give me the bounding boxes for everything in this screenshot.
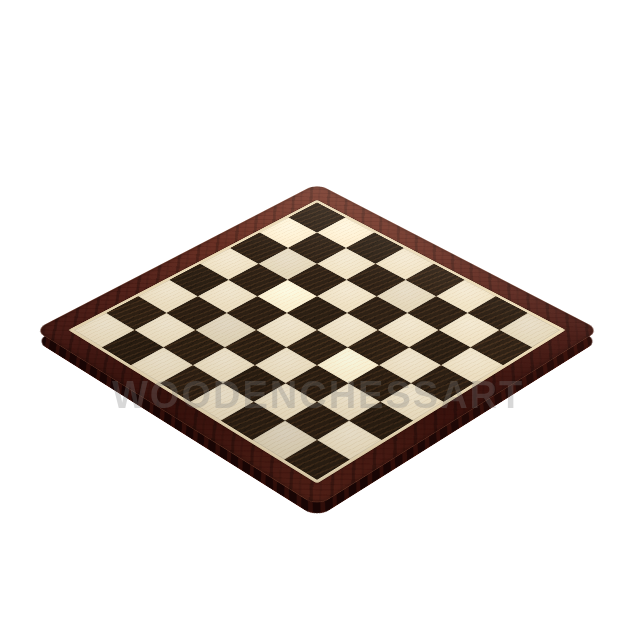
square-r6-c8[interactable]	[349, 402, 413, 440]
square-r8-c8[interactable]	[284, 440, 349, 480]
square-r6-c7[interactable]	[317, 383, 380, 420]
square-r8-c2[interactable]	[102, 330, 163, 365]
square-r5-c7[interactable]	[348, 365, 411, 402]
square-r7-c7[interactable]	[285, 402, 349, 440]
square-r8-c4[interactable]	[160, 365, 223, 402]
square-r4-c6[interactable]	[348, 330, 409, 365]
square-r2-c8[interactable]	[471, 330, 532, 365]
square-r4-c8[interactable]	[411, 365, 474, 402]
square-r8-c3[interactable]	[131, 347, 193, 383]
chessboard	[34, 183, 600, 506]
square-r7-c6[interactable]	[254, 383, 317, 420]
square-r6-c4[interactable]	[225, 330, 286, 365]
square-r5-c5[interactable]	[286, 330, 347, 365]
board-grid	[74, 202, 560, 479]
board-border-inlay	[68, 200, 566, 484]
square-r6-c6[interactable]	[286, 365, 349, 402]
square-r7-c3[interactable]	[163, 330, 224, 365]
square-r8-c5[interactable]	[190, 383, 253, 420]
square-r3-c8[interactable]	[441, 347, 503, 383]
square-r7-c5[interactable]	[223, 365, 286, 402]
square-r6-c5[interactable]	[255, 347, 317, 383]
product-photo: WOODENCHESSART	[0, 0, 640, 640]
board-scene	[117, 130, 517, 530]
square-r7-c8[interactable]	[317, 421, 382, 460]
square-r7-c4[interactable]	[193, 347, 255, 383]
square-r4-c7[interactable]	[379, 347, 441, 383]
square-r3-c7[interactable]	[409, 330, 470, 365]
square-r8-c7[interactable]	[252, 421, 317, 460]
square-r5-c8[interactable]	[380, 383, 443, 420]
square-r8-c6[interactable]	[221, 402, 285, 440]
square-r5-c6[interactable]	[317, 347, 379, 383]
board-frame	[34, 183, 600, 506]
